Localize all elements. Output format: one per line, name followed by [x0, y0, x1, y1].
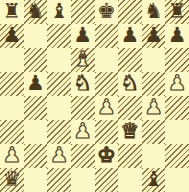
white-knight[interactable]: ♞ — [121, 72, 140, 95]
square-f6[interactable] — [118, 48, 142, 72]
white-pawn[interactable]: ♟ — [97, 96, 116, 119]
square-g7[interactable]: ♟ — [142, 24, 166, 48]
white-pawn[interactable]: ♟ — [2, 144, 21, 167]
square-e6[interactable] — [95, 48, 119, 72]
square-e4[interactable]: ♟ — [95, 96, 119, 120]
square-b2[interactable] — [24, 144, 48, 168]
square-h8[interactable]: ♜ — [165, 0, 189, 24]
square-e7[interactable] — [95, 24, 119, 48]
square-h1[interactable] — [165, 168, 189, 192]
square-a4[interactable] — [0, 96, 24, 120]
square-e2[interactable]: ♚ — [95, 144, 119, 168]
square-d8[interactable] — [71, 0, 95, 24]
square-h2[interactable] — [165, 144, 189, 168]
square-b6[interactable] — [24, 48, 48, 72]
square-f4[interactable] — [118, 96, 142, 120]
square-f8[interactable] — [118, 0, 142, 24]
square-a2[interactable]: ♟ — [0, 144, 24, 168]
white-queen[interactable]: ♛ — [121, 120, 140, 143]
square-b8[interactable]: ♞ — [24, 0, 48, 24]
square-d6[interactable]: ♝ — [71, 48, 95, 72]
square-d4[interactable] — [71, 96, 95, 120]
square-a1[interactable]: ♛ — [0, 168, 24, 192]
white-bishop[interactable]: ♝ — [73, 48, 92, 71]
square-f1[interactable] — [118, 168, 142, 192]
square-f3[interactable]: ♛ — [118, 120, 142, 144]
white-pawn[interactable]: ♟ — [168, 72, 187, 95]
square-g3[interactable] — [142, 120, 166, 144]
black-pawn[interactable]: ♟ — [26, 72, 45, 95]
square-g8[interactable]: ♞ — [142, 0, 166, 24]
square-a6[interactable] — [0, 48, 24, 72]
black-queen[interactable]: ♛ — [2, 168, 21, 191]
square-a8[interactable]: ♜ — [0, 0, 24, 24]
square-h6[interactable] — [165, 48, 189, 72]
black-pawn[interactable]: ♟ — [2, 24, 21, 47]
square-b3[interactable] — [24, 120, 48, 144]
white-king[interactable]: ♚ — [97, 144, 116, 167]
square-f2[interactable] — [118, 144, 142, 168]
square-c3[interactable] — [47, 120, 71, 144]
square-c8[interactable]: ♝ — [47, 0, 71, 24]
square-g5[interactable] — [142, 72, 166, 96]
square-c4[interactable] — [47, 96, 71, 120]
square-g2[interactable] — [142, 144, 166, 168]
square-c5[interactable] — [47, 72, 71, 96]
square-a5[interactable] — [0, 72, 24, 96]
square-e5[interactable] — [95, 72, 119, 96]
white-pawn[interactable]: ♟ — [73, 120, 92, 143]
square-g6[interactable] — [142, 48, 166, 72]
square-d5[interactable]: ♞ — [71, 72, 95, 96]
square-d7[interactable]: ♟ — [71, 24, 95, 48]
square-c1[interactable] — [47, 168, 71, 192]
chess-board: ♜♞♝♚♞♜♟♟♟♟♟♝♟♞♞♟♟♟♟♛♟♟♚♛♝ — [0, 0, 189, 192]
square-a7[interactable]: ♟ — [0, 24, 24, 48]
square-h3[interactable] — [165, 120, 189, 144]
black-rook[interactable]: ♜ — [168, 0, 187, 23]
black-rook[interactable]: ♜ — [2, 0, 21, 23]
black-pawn[interactable]: ♟ — [121, 24, 140, 47]
square-h4[interactable] — [165, 96, 189, 120]
square-c2[interactable]: ♟ — [47, 144, 71, 168]
black-pawn[interactable]: ♟ — [144, 24, 163, 47]
black-pawn[interactable]: ♟ — [168, 24, 187, 47]
black-bishop[interactable]: ♝ — [144, 168, 163, 191]
black-bishop[interactable]: ♝ — [50, 0, 69, 23]
square-b7[interactable] — [24, 24, 48, 48]
black-pawn[interactable]: ♟ — [73, 24, 92, 47]
square-h7[interactable]: ♟ — [165, 24, 189, 48]
square-h5[interactable]: ♟ — [165, 72, 189, 96]
chess-board-diagram: ♜♞♝♚♞♜♟♟♟♟♟♝♟♞♞♟♟♟♟♛♟♟♚♛♝ — [0, 0, 189, 192]
square-e1[interactable] — [95, 168, 119, 192]
square-d2[interactable] — [71, 144, 95, 168]
square-e8[interactable]: ♚ — [95, 0, 119, 24]
white-pawn[interactable]: ♟ — [144, 96, 163, 119]
black-knight[interactable]: ♞ — [144, 0, 163, 23]
square-d1[interactable] — [71, 168, 95, 192]
white-pawn[interactable]: ♟ — [50, 144, 69, 167]
square-b5[interactable]: ♟ — [24, 72, 48, 96]
square-g1[interactable]: ♝ — [142, 168, 166, 192]
square-a3[interactable] — [0, 120, 24, 144]
black-knight[interactable]: ♞ — [26, 0, 45, 23]
square-c7[interactable] — [47, 24, 71, 48]
square-g4[interactable]: ♟ — [142, 96, 166, 120]
square-e3[interactable] — [95, 120, 119, 144]
square-d3[interactable]: ♟ — [71, 120, 95, 144]
square-f7[interactable]: ♟ — [118, 24, 142, 48]
square-b4[interactable] — [24, 96, 48, 120]
square-f5[interactable]: ♞ — [118, 72, 142, 96]
white-knight[interactable]: ♞ — [73, 72, 92, 95]
square-c6[interactable] — [47, 48, 71, 72]
black-king[interactable]: ♚ — [97, 0, 116, 23]
square-b1[interactable] — [24, 168, 48, 192]
